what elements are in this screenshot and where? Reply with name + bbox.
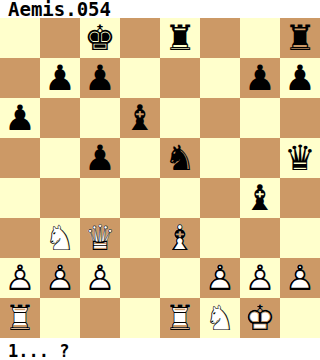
square-e6[interactable]	[160, 98, 200, 138]
chess-board: ♚♜♜♟♟♟♟♟♝♟♞♛♝♞♘♛♕♝♗♟♙♟♙♟♙♟♙♟♙♟♙♜♖♜♖♞♘♚♔	[0, 18, 320, 338]
square-f1[interactable]: ♞♘	[200, 298, 240, 338]
piece-white-pawn[interactable]: ♟♙	[40, 258, 80, 298]
square-b3[interactable]: ♞♘	[40, 218, 80, 258]
square-e1[interactable]: ♜♖	[160, 298, 200, 338]
piece-glyph: ♟	[80, 58, 120, 98]
piece-glyph: ♔	[240, 298, 280, 338]
square-b8[interactable]	[40, 18, 80, 58]
square-h5[interactable]: ♛	[280, 138, 320, 178]
square-d6[interactable]: ♝	[120, 98, 160, 138]
piece-glyph: ♞	[160, 138, 200, 178]
piece-white-pawn[interactable]: ♟♙	[0, 258, 40, 298]
piece-glyph: ♟	[40, 58, 80, 98]
square-h8[interactable]: ♜	[280, 18, 320, 58]
square-g6[interactable]	[240, 98, 280, 138]
piece-glyph: ♕	[80, 218, 120, 258]
square-b1[interactable]	[40, 298, 80, 338]
square-e8[interactable]: ♜	[160, 18, 200, 58]
piece-black-rook[interactable]: ♜	[280, 18, 320, 58]
square-h6[interactable]	[280, 98, 320, 138]
square-c3[interactable]: ♛♕	[80, 218, 120, 258]
square-b4[interactable]	[40, 178, 80, 218]
piece-glyph: ♜	[280, 18, 320, 58]
piece-white-pawn[interactable]: ♟♙	[240, 258, 280, 298]
piece-black-knight[interactable]: ♞	[160, 138, 200, 178]
square-f6[interactable]	[200, 98, 240, 138]
square-g3[interactable]	[240, 218, 280, 258]
piece-glyph: ♜	[160, 18, 200, 58]
piece-black-pawn[interactable]: ♟	[80, 58, 120, 98]
square-a5[interactable]	[0, 138, 40, 178]
square-g1[interactable]: ♚♔	[240, 298, 280, 338]
piece-black-rook[interactable]: ♜	[160, 18, 200, 58]
square-b5[interactable]	[40, 138, 80, 178]
square-f2[interactable]: ♟♙	[200, 258, 240, 298]
square-a6[interactable]: ♟	[0, 98, 40, 138]
piece-glyph: ♙	[280, 258, 320, 298]
square-c8[interactable]: ♚	[80, 18, 120, 58]
square-c6[interactable]	[80, 98, 120, 138]
square-d1[interactable]	[120, 298, 160, 338]
square-c7[interactable]: ♟	[80, 58, 120, 98]
piece-black-bishop[interactable]: ♝	[120, 98, 160, 138]
piece-white-rook[interactable]: ♜♖	[0, 298, 40, 338]
piece-glyph: ♝	[240, 178, 280, 218]
piece-black-pawn[interactable]: ♟	[240, 58, 280, 98]
square-d4[interactable]	[120, 178, 160, 218]
square-d3[interactable]	[120, 218, 160, 258]
square-c1[interactable]	[80, 298, 120, 338]
square-d7[interactable]	[120, 58, 160, 98]
piece-glyph: ♘	[200, 298, 240, 338]
square-h1[interactable]	[280, 298, 320, 338]
square-f7[interactable]	[200, 58, 240, 98]
piece-glyph: ♟	[280, 58, 320, 98]
piece-black-queen[interactable]: ♛	[280, 138, 320, 178]
square-d2[interactable]	[120, 258, 160, 298]
piece-white-pawn[interactable]: ♟♙	[280, 258, 320, 298]
square-a2[interactable]: ♟♙	[0, 258, 40, 298]
square-b2[interactable]: ♟♙	[40, 258, 80, 298]
piece-black-king[interactable]: ♚	[80, 18, 120, 58]
square-e2[interactable]	[160, 258, 200, 298]
piece-white-knight[interactable]: ♞♘	[40, 218, 80, 258]
square-d8[interactable]	[120, 18, 160, 58]
square-g5[interactable]	[240, 138, 280, 178]
piece-white-pawn[interactable]: ♟♙	[80, 258, 120, 298]
square-c2[interactable]: ♟♙	[80, 258, 120, 298]
piece-glyph: ♙	[40, 258, 80, 298]
piece-glyph: ♙	[0, 258, 40, 298]
piece-glyph: ♖	[0, 298, 40, 338]
square-e7[interactable]	[160, 58, 200, 98]
square-g8[interactable]	[240, 18, 280, 58]
square-a1[interactable]: ♜♖	[0, 298, 40, 338]
square-a7[interactable]	[0, 58, 40, 98]
piece-black-bishop[interactable]: ♝	[240, 178, 280, 218]
square-c5[interactable]: ♟	[80, 138, 120, 178]
piece-glyph: ♟	[80, 138, 120, 178]
square-h7[interactable]: ♟	[280, 58, 320, 98]
piece-white-bishop[interactable]: ♝♗	[160, 218, 200, 258]
square-b7[interactable]: ♟	[40, 58, 80, 98]
square-d5[interactable]	[120, 138, 160, 178]
square-g7[interactable]: ♟	[240, 58, 280, 98]
piece-black-pawn[interactable]: ♟	[0, 98, 40, 138]
square-e3[interactable]: ♝♗	[160, 218, 200, 258]
piece-white-rook[interactable]: ♜♖	[160, 298, 200, 338]
square-h2[interactable]: ♟♙	[280, 258, 320, 298]
piece-glyph: ♙	[80, 258, 120, 298]
piece-white-knight[interactable]: ♞♘	[200, 298, 240, 338]
square-a4[interactable]	[0, 178, 40, 218]
square-e5[interactable]: ♞	[160, 138, 200, 178]
piece-glyph: ♖	[160, 298, 200, 338]
square-a3[interactable]	[0, 218, 40, 258]
square-a8[interactable]	[0, 18, 40, 58]
piece-black-pawn[interactable]: ♟	[280, 58, 320, 98]
piece-white-king[interactable]: ♚♔	[240, 298, 280, 338]
square-c4[interactable]	[80, 178, 120, 218]
piece-white-pawn[interactable]: ♟♙	[200, 258, 240, 298]
piece-glyph: ♛	[280, 138, 320, 178]
move-prompt: 1... ?	[0, 338, 320, 360]
piece-glyph: ♟	[240, 58, 280, 98]
piece-white-queen[interactable]: ♛♕	[80, 218, 120, 258]
piece-black-pawn[interactable]: ♟	[40, 58, 80, 98]
square-e4[interactable]	[160, 178, 200, 218]
square-g4[interactable]: ♝	[240, 178, 280, 218]
piece-glyph: ♟	[0, 98, 40, 138]
square-b6[interactable]	[40, 98, 80, 138]
diagram-title: Aemis.054	[0, 0, 320, 18]
piece-glyph: ♘	[40, 218, 80, 258]
piece-glyph: ♙	[200, 258, 240, 298]
square-h4[interactable]	[280, 178, 320, 218]
square-g2[interactable]: ♟♙	[240, 258, 280, 298]
piece-glyph: ♗	[160, 218, 200, 258]
square-f8[interactable]	[200, 18, 240, 58]
piece-glyph: ♙	[240, 258, 280, 298]
square-f4[interactable]	[200, 178, 240, 218]
square-f5[interactable]	[200, 138, 240, 178]
piece-black-pawn[interactable]: ♟	[80, 138, 120, 178]
square-h3[interactable]	[280, 218, 320, 258]
square-f3[interactable]	[200, 218, 240, 258]
piece-glyph: ♝	[120, 98, 160, 138]
piece-glyph: ♚	[80, 18, 120, 58]
